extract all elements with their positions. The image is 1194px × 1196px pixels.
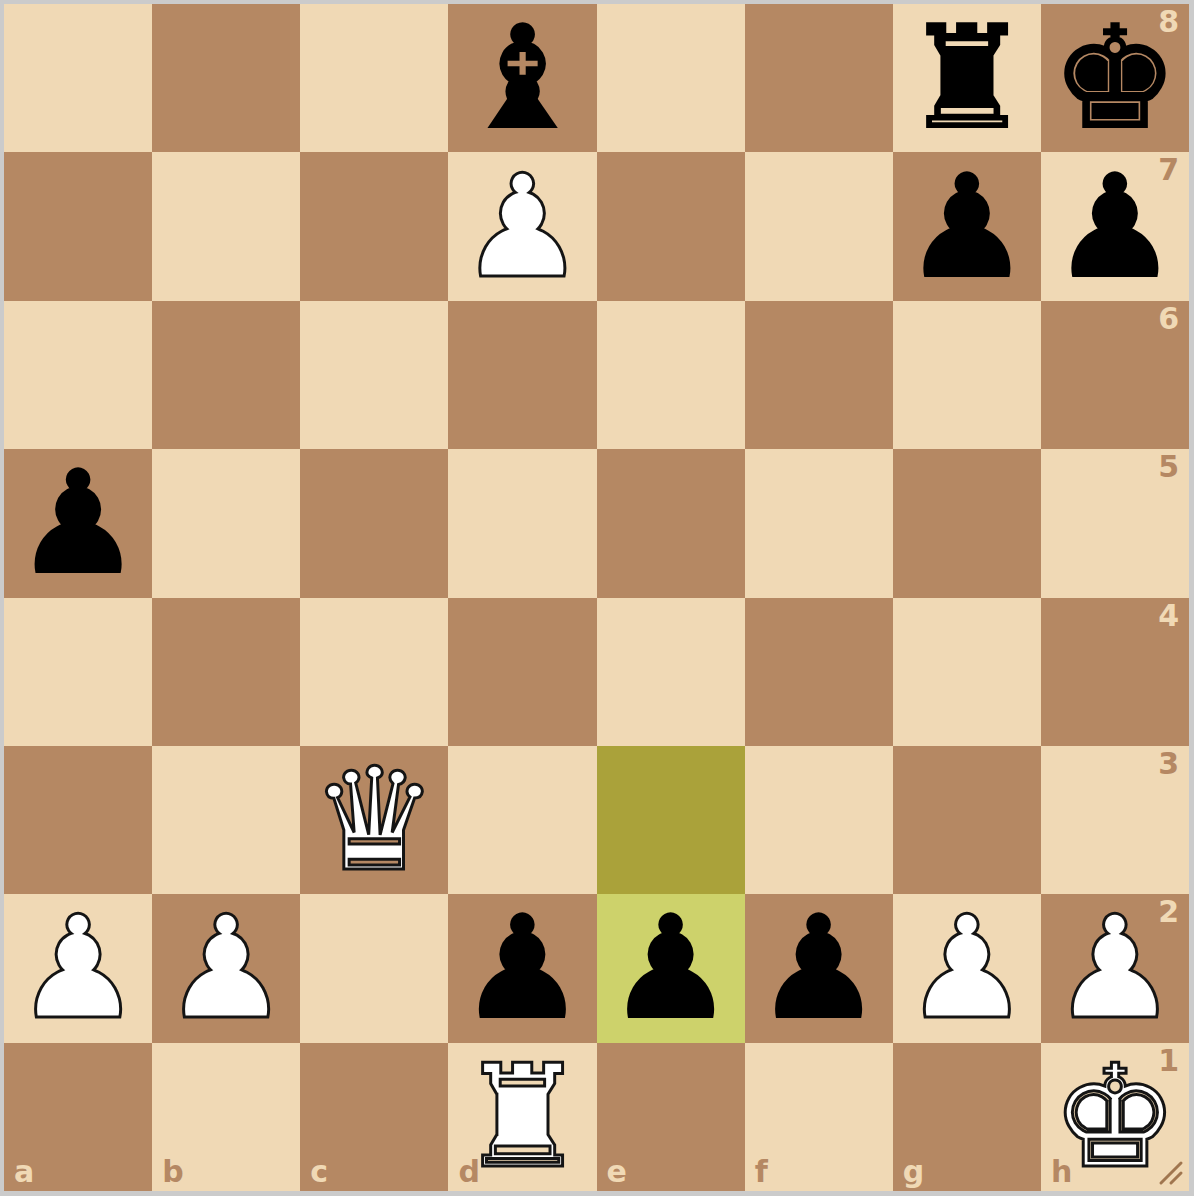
- piece-black-pawn[interactable]: ♟: [903, 156, 1030, 298]
- piece-white-pawn[interactable]: ♟: [459, 156, 586, 298]
- square-e5[interactable]: [597, 449, 745, 597]
- square-f5[interactable]: [745, 449, 893, 597]
- square-b5[interactable]: [152, 449, 300, 597]
- square-b2[interactable]: ♟: [152, 894, 300, 1042]
- file-label-h: h: [1051, 1157, 1072, 1187]
- square-h5[interactable]: 5: [1041, 449, 1189, 597]
- square-g7[interactable]: ♟: [893, 152, 1041, 300]
- square-a8[interactable]: [4, 4, 152, 152]
- square-d5[interactable]: [448, 449, 596, 597]
- square-e2[interactable]: ♟: [597, 894, 745, 1042]
- square-a3[interactable]: [4, 746, 152, 894]
- square-e7[interactable]: [597, 152, 745, 300]
- square-e3[interactable]: [597, 746, 745, 894]
- file-label-c: c: [310, 1157, 328, 1187]
- square-e6[interactable]: [597, 301, 745, 449]
- page: { "game": "chess", "position": { "fen": …: [0, 0, 1194, 1196]
- square-h4[interactable]: 4: [1041, 598, 1189, 746]
- square-a7[interactable]: [4, 152, 152, 300]
- square-h2[interactable]: 2♟: [1041, 894, 1189, 1042]
- file-label-a: a: [14, 1157, 34, 1187]
- square-d3[interactable]: [448, 746, 596, 894]
- piece-black-pawn[interactable]: ♟: [607, 897, 734, 1039]
- rank-label-3: 3: [1158, 749, 1179, 779]
- file-label-g: g: [903, 1157, 924, 1187]
- square-e4[interactable]: [597, 598, 745, 746]
- piece-black-rook[interactable]: ♜: [903, 7, 1030, 149]
- piece-white-pawn[interactable]: ♟: [14, 897, 141, 1039]
- square-g4[interactable]: [893, 598, 1041, 746]
- square-g5[interactable]: [893, 449, 1041, 597]
- square-h6[interactable]: 6: [1041, 301, 1189, 449]
- square-g6[interactable]: [893, 301, 1041, 449]
- square-h8[interactable]: 8♚: [1041, 4, 1189, 152]
- square-h7[interactable]: 7♟: [1041, 152, 1189, 300]
- square-f1[interactable]: f: [745, 1043, 893, 1191]
- chess-board: ♝♜8♚♟♟7♟6♟54♛3♟♟♟♟♟♟2♟abcd♜efg1h♚: [4, 4, 1189, 1191]
- square-f2[interactable]: ♟: [745, 894, 893, 1042]
- square-c8[interactable]: [300, 4, 448, 152]
- square-c4[interactable]: [300, 598, 448, 746]
- rank-label-4: 4: [1158, 601, 1179, 631]
- file-label-e: e: [607, 1157, 627, 1187]
- square-d2[interactable]: ♟: [448, 894, 596, 1042]
- square-f8[interactable]: [745, 4, 893, 152]
- piece-black-pawn[interactable]: ♟: [459, 897, 586, 1039]
- square-g8[interactable]: ♜: [893, 4, 1041, 152]
- square-a4[interactable]: [4, 598, 152, 746]
- piece-black-bishop[interactable]: ♝: [459, 7, 586, 149]
- square-d6[interactable]: [448, 301, 596, 449]
- square-d7[interactable]: ♟: [448, 152, 596, 300]
- square-c2[interactable]: [300, 894, 448, 1042]
- rank-label-5: 5: [1158, 452, 1179, 482]
- square-b1[interactable]: b: [152, 1043, 300, 1191]
- square-b4[interactable]: [152, 598, 300, 746]
- square-d1[interactable]: d♜: [448, 1043, 596, 1191]
- square-g2[interactable]: ♟: [893, 894, 1041, 1042]
- square-b8[interactable]: [152, 4, 300, 152]
- square-d4[interactable]: [448, 598, 596, 746]
- square-a6[interactable]: [4, 301, 152, 449]
- piece-black-pawn[interactable]: ♟: [755, 897, 882, 1039]
- rank-label-2: 2: [1158, 897, 1179, 927]
- square-b7[interactable]: [152, 152, 300, 300]
- rank-label-7: 7: [1158, 155, 1179, 185]
- square-g1[interactable]: g: [893, 1043, 1041, 1191]
- square-c3[interactable]: ♛: [300, 746, 448, 894]
- square-f4[interactable]: [745, 598, 893, 746]
- square-c1[interactable]: c: [300, 1043, 448, 1191]
- square-d8[interactable]: ♝: [448, 4, 596, 152]
- file-label-b: b: [162, 1157, 183, 1187]
- rank-label-6: 6: [1158, 304, 1179, 334]
- square-c5[interactable]: [300, 449, 448, 597]
- square-b3[interactable]: [152, 746, 300, 894]
- square-h3[interactable]: 3: [1041, 746, 1189, 894]
- square-f3[interactable]: [745, 746, 893, 894]
- square-g3[interactable]: [893, 746, 1041, 894]
- square-e8[interactable]: [597, 4, 745, 152]
- square-c6[interactable]: [300, 301, 448, 449]
- piece-black-pawn[interactable]: ♟: [14, 452, 141, 594]
- square-b6[interactable]: [152, 301, 300, 449]
- square-f6[interactable]: [745, 301, 893, 449]
- piece-white-pawn[interactable]: ♟: [903, 897, 1030, 1039]
- board-resize-handle-icon[interactable]: [1158, 1160, 1184, 1186]
- square-a1[interactable]: a: [4, 1043, 152, 1191]
- square-a2[interactable]: ♟: [4, 894, 152, 1042]
- rank-label-1: 1: [1158, 1046, 1179, 1076]
- square-a5[interactable]: ♟: [4, 449, 152, 597]
- square-f7[interactable]: [745, 152, 893, 300]
- file-label-f: f: [755, 1157, 768, 1187]
- square-e1[interactable]: e: [597, 1043, 745, 1191]
- square-h1[interactable]: 1h♚: [1041, 1043, 1189, 1191]
- piece-white-pawn[interactable]: ♟: [163, 897, 290, 1039]
- rank-label-8: 8: [1158, 7, 1179, 37]
- square-c7[interactable]: [300, 152, 448, 300]
- piece-white-queen[interactable]: ♛: [311, 749, 438, 891]
- file-label-d: d: [458, 1157, 479, 1187]
